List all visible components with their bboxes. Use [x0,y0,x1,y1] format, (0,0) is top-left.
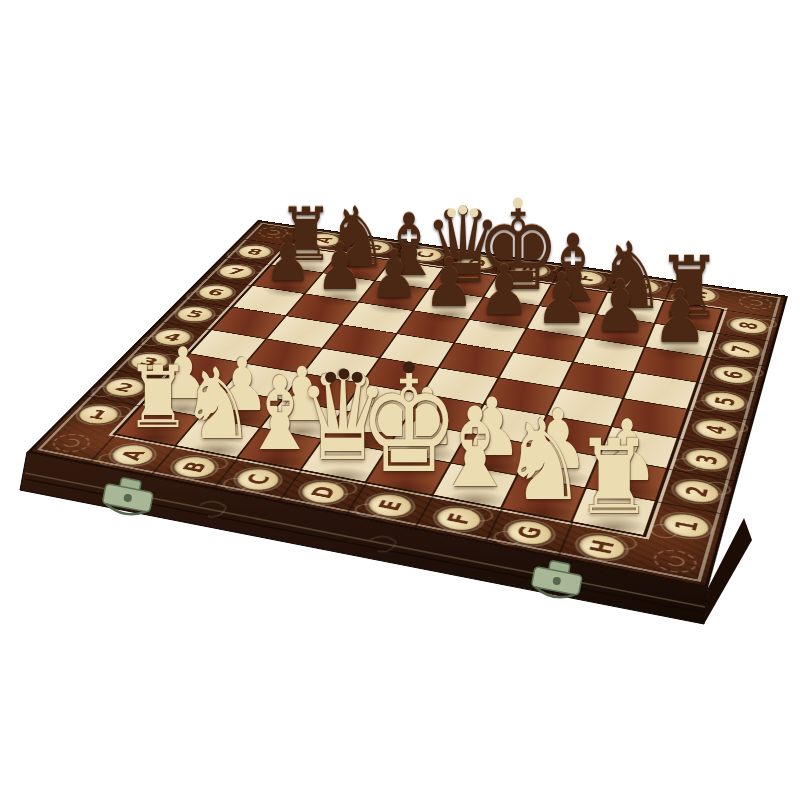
piece-black-pawn-d7[interactable]: ♟ [418,249,478,316]
piece-black-pawn-h7[interactable]: ♟ [647,280,713,353]
piece-glyph: ♟ [316,235,364,299]
piece-black-pawn-f7[interactable]: ♟ [530,264,593,334]
coordinate-badge: 7 [213,262,259,280]
coordinate-badge: 6 [192,283,240,302]
piece-finial-bead [513,198,523,208]
coordinate-badge: 4 [691,416,741,443]
piece-finial-bead [402,361,414,373]
piece-glyph: ♟ [593,272,647,344]
coordinate-badge: 1 [658,510,713,542]
piece-black-pawn-b7[interactable]: ♟ [311,235,369,299]
piece-black-pawn-a7[interactable]: ♟ [259,228,316,291]
piece-black-pawn-c7[interactable]: ♟ [364,242,423,308]
piece-glyph: ♟ [369,242,419,308]
piece-glyph: ♟ [652,280,707,353]
coordinate-badge: 5 [170,304,219,324]
coordinate-badge: 1 [71,402,127,428]
piece-glyph: ♟ [535,264,588,334]
chess-set-photo: AABBCCDDEEFFGGHH8877665544332211 ♜♞♝♟♛♟♚… [0,0,800,800]
piece-finial-bead [338,368,349,379]
coordinate-badge: 5 [700,389,748,414]
coordinate-badge: 7 [718,338,764,360]
piece-glyph: ♟ [479,256,531,325]
piece-glyph: ♜ [575,426,653,529]
piece-glyph: ♟ [423,249,474,316]
piece-glyph: ♟ [264,228,311,291]
coordinate-badge: 2 [670,477,723,507]
coordinate-badge: 8 [726,315,770,336]
coordinate-badge: 6 [709,363,756,387]
piece-white-rook-h1[interactable]: ♜ [568,426,660,529]
piece-black-pawn-g7[interactable]: ♟ [588,272,652,344]
coordinate-badge: 3 [681,446,733,474]
piece-black-pawn-e7[interactable]: ♟ [474,256,536,325]
